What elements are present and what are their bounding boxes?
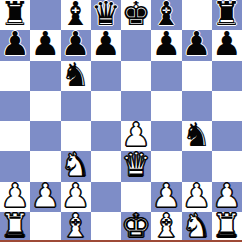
piece-black-pawn[interactable]: ♟: [0, 29, 30, 59]
piece-black-pawn[interactable]: ♟: [152, 29, 182, 59]
piece-white-rook[interactable]: ♜: [0, 211, 30, 241]
piece-black-pawn[interactable]: ♟: [182, 29, 212, 59]
square-f5[interactable]: [151, 91, 181, 121]
square-f6[interactable]: [151, 61, 181, 91]
piece-white-king[interactable]: ♚: [121, 211, 151, 241]
square-g1[interactable]: ♞: [182, 212, 212, 242]
square-e1[interactable]: ♚: [121, 212, 151, 242]
square-b5[interactable]: [30, 91, 60, 121]
square-e8[interactable]: ♚: [121, 0, 151, 30]
piece-black-king[interactable]: ♚: [121, 0, 151, 29]
square-b7[interactable]: ♟: [30, 30, 60, 60]
square-d7[interactable]: ♟: [91, 30, 121, 60]
square-e7[interactable]: [121, 30, 151, 60]
square-d2[interactable]: [91, 182, 121, 212]
chess-board: ♜♝♛♚♝♜♟♟♟♟♟♟♟♞♟♞♞♛♟♟♟♟♟♟♜♝♚♝♞♜: [0, 0, 242, 242]
square-c6[interactable]: ♞: [61, 61, 91, 91]
square-h6[interactable]: [212, 61, 242, 91]
square-c1[interactable]: ♝: [61, 212, 91, 242]
square-h4[interactable]: [212, 121, 242, 151]
square-d6[interactable]: [91, 61, 121, 91]
chess-board-frame: ♜♝♛♚♝♜♟♟♟♟♟♟♟♞♟♞♞♛♟♟♟♟♟♟♜♝♚♝♞♜: [0, 0, 242, 242]
square-f1[interactable]: ♝: [151, 212, 181, 242]
square-g4[interactable]: ♞: [182, 121, 212, 151]
piece-black-knight[interactable]: ♞: [61, 60, 91, 90]
piece-black-knight[interactable]: ♞: [182, 120, 212, 150]
piece-white-bishop[interactable]: ♝: [61, 211, 91, 241]
square-f7[interactable]: ♟: [151, 30, 181, 60]
square-b4[interactable]: [30, 121, 60, 151]
piece-black-pawn[interactable]: ♟: [212, 29, 242, 59]
square-d5[interactable]: [91, 91, 121, 121]
square-e6[interactable]: [121, 61, 151, 91]
piece-black-pawn[interactable]: ♟: [31, 29, 61, 59]
square-f4[interactable]: [151, 121, 181, 151]
square-a6[interactable]: [0, 61, 30, 91]
square-a7[interactable]: ♟: [0, 30, 30, 60]
square-g6[interactable]: [182, 61, 212, 91]
square-b2[interactable]: ♟: [30, 182, 60, 212]
square-d4[interactable]: [91, 121, 121, 151]
square-c5[interactable]: [61, 91, 91, 121]
square-h5[interactable]: [212, 91, 242, 121]
square-a4[interactable]: [0, 121, 30, 151]
square-d3[interactable]: [91, 151, 121, 181]
square-a5[interactable]: [0, 91, 30, 121]
piece-white-bishop[interactable]: ♝: [152, 211, 182, 241]
piece-white-pawn[interactable]: ♟: [31, 181, 61, 211]
piece-black-pawn[interactable]: ♟: [91, 29, 121, 59]
square-h1[interactable]: ♜: [212, 212, 242, 242]
square-g7[interactable]: ♟: [182, 30, 212, 60]
square-h7[interactable]: ♟: [212, 30, 242, 60]
square-d1[interactable]: [91, 212, 121, 242]
square-b1[interactable]: [30, 212, 60, 242]
square-b6[interactable]: [30, 61, 60, 91]
square-a1[interactable]: ♜: [0, 212, 30, 242]
piece-white-queen[interactable]: ♛: [121, 150, 151, 180]
piece-white-knight[interactable]: ♞: [182, 211, 212, 241]
piece-white-rook[interactable]: ♜: [212, 211, 242, 241]
square-e3[interactable]: ♛: [121, 151, 151, 181]
